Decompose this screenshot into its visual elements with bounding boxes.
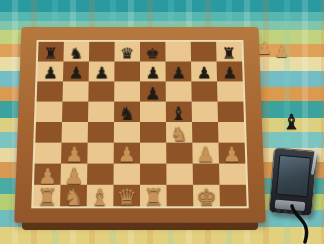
square-f4: ♞	[166, 122, 192, 143]
square-h3: ♟	[218, 143, 245, 164]
square-b1: ♞	[60, 185, 87, 206]
square-g2	[193, 164, 220, 185]
square-c5	[88, 102, 114, 122]
square-c6	[88, 81, 114, 101]
chessboard: ♜♞♛♚♜♟♟♟♟♟♟♟♟♞♝♞♟♟♟♟♟♟♜♞♝♛♜♚	[14, 27, 265, 223]
square-b6	[62, 81, 88, 101]
square-h5	[218, 102, 244, 122]
square-c1: ♝	[87, 185, 114, 206]
square-g7: ♟	[191, 62, 217, 82]
square-f3	[166, 143, 192, 164]
square-c8	[89, 42, 115, 62]
square-h6	[217, 81, 243, 101]
square-b3: ♟	[61, 143, 88, 164]
square-b5	[62, 102, 88, 122]
captured-black-bishop: ♝	[282, 110, 301, 134]
black-knight-b8: ♞	[63, 44, 89, 64]
square-a8: ♜	[38, 42, 64, 62]
square-a2: ♟	[34, 164, 61, 185]
square-g1: ♚	[193, 185, 220, 206]
black-pawn-e7: ♟	[140, 63, 166, 83]
black-rook-a8: ♜	[38, 44, 64, 64]
square-f6	[166, 81, 192, 101]
white-pawn-g3: ♟	[192, 145, 219, 166]
black-bishop-f5: ♝	[166, 104, 192, 124]
black-king-e8: ♚	[140, 44, 166, 64]
black-pawn-h7: ♟	[217, 63, 243, 83]
square-e6: ♟	[140, 81, 166, 101]
square-e4	[140, 122, 166, 143]
square-e5	[140, 102, 166, 122]
square-a3	[35, 143, 62, 164]
square-h4	[218, 122, 245, 143]
square-f1	[166, 185, 193, 206]
square-f2	[166, 164, 193, 185]
square-f7: ♟	[166, 62, 192, 82]
black-pawn-g7: ♟	[191, 63, 217, 83]
square-b2: ♟	[61, 164, 88, 185]
square-d5: ♞	[114, 102, 140, 122]
square-e3	[140, 143, 166, 164]
square-b4	[62, 122, 88, 143]
square-d3: ♟	[114, 143, 140, 164]
black-pawn-a7: ♟	[37, 63, 63, 83]
square-a7: ♟	[37, 62, 63, 82]
square-b7: ♟	[63, 62, 89, 82]
black-pawn-b7: ♟	[63, 63, 89, 83]
square-f5: ♝	[166, 102, 192, 122]
pda-cable	[278, 204, 324, 244]
white-queen-d1: ♛	[113, 187, 140, 208]
square-g3: ♟	[192, 143, 219, 164]
square-h7: ♟	[217, 62, 243, 82]
white-pawn-h3: ♟	[219, 145, 246, 166]
white-pawn-a2: ♟	[34, 166, 61, 187]
white-pawn-b3: ♟	[61, 145, 88, 166]
square-d2	[114, 164, 140, 185]
white-rook-a1: ♜	[33, 187, 60, 208]
square-f8	[165, 42, 191, 62]
square-e2	[140, 164, 166, 185]
black-pawn-f7: ♟	[166, 63, 192, 83]
black-queen-d8: ♛	[114, 44, 140, 64]
white-rook-e1: ♜	[140, 187, 167, 208]
square-a1: ♜	[33, 185, 60, 206]
square-h1	[219, 185, 246, 206]
square-c7: ♟	[89, 62, 115, 82]
square-b8: ♞	[63, 42, 89, 62]
square-g4	[192, 122, 218, 143]
square-d1: ♛	[113, 185, 140, 206]
white-pawn-b2: ♟	[60, 166, 87, 187]
square-g8	[191, 42, 217, 62]
black-pawn-c7: ♟	[89, 63, 115, 83]
square-c4	[88, 122, 114, 143]
board-grid: ♜♞♛♚♜♟♟♟♟♟♟♟♟♞♝♞♟♟♟♟♟♟♜♞♝♛♜♚	[31, 40, 249, 208]
square-a5	[36, 102, 62, 122]
white-pawn-d3: ♟	[114, 145, 140, 166]
square-a6	[37, 81, 63, 101]
white-knight-f4: ♞	[166, 124, 192, 145]
square-e8: ♚	[140, 42, 166, 62]
square-c3	[87, 143, 113, 164]
square-e1: ♜	[140, 185, 167, 206]
square-g5	[192, 102, 218, 122]
square-c2	[87, 164, 114, 185]
black-pawn-e6: ♟	[140, 83, 166, 103]
square-d8: ♛	[114, 42, 140, 62]
captured-white-pawn-2: ♟	[274, 41, 289, 61]
tablecloth: ♜♞♛♚♜♟♟♟♟♟♟♟♟♞♝♞♟♟♟♟♟♟♜♞♝♛♜♚ ♟ ♟ ♝	[0, 0, 324, 244]
square-d4	[114, 122, 140, 143]
white-bishop-c1: ♝	[87, 187, 114, 208]
black-rook-h8: ♜	[216, 44, 242, 64]
black-knight-d5: ♞	[114, 104, 140, 124]
square-e7: ♟	[140, 62, 166, 82]
square-d6	[114, 81, 140, 101]
white-king-g1: ♚	[193, 187, 220, 208]
square-h2	[219, 164, 246, 185]
square-g6	[191, 81, 217, 101]
square-d7	[114, 62, 140, 82]
white-knight-b1: ♞	[60, 187, 87, 208]
square-h8: ♜	[216, 42, 242, 62]
pda-screen	[276, 155, 311, 198]
square-a4	[35, 122, 62, 143]
